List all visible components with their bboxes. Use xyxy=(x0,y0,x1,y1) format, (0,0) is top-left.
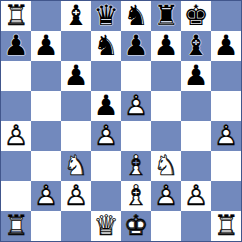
white-bishop-icon: ♝♗ xyxy=(121,181,151,211)
square-b8[interactable] xyxy=(31,1,61,31)
square-b3[interactable] xyxy=(31,151,61,181)
black-knight-icon: ♞ xyxy=(121,1,151,31)
black-king-icon: ♚ xyxy=(181,1,211,31)
square-e7[interactable]: ♟ xyxy=(121,31,151,61)
black-pawn-icon: ♟ xyxy=(211,31,241,61)
white-pawn-icon: ♟♙ xyxy=(1,121,31,151)
square-g7[interactable]: ♝ xyxy=(181,31,211,61)
square-g2[interactable]: ♟♙ xyxy=(181,181,211,211)
square-d8[interactable]: ♛ xyxy=(91,1,121,31)
white-knight-icon: ♞♘ xyxy=(151,151,181,181)
black-pawn-icon: ♟ xyxy=(121,31,151,61)
black-bishop-icon: ♝ xyxy=(61,1,91,31)
square-d4[interactable]: ♟♙ xyxy=(91,121,121,151)
square-f5[interactable] xyxy=(151,91,181,121)
square-a8[interactable]: ♜♖ xyxy=(1,1,31,31)
black-rook-icon: ♜ xyxy=(151,1,181,31)
square-h5[interactable] xyxy=(211,91,241,121)
square-g4[interactable] xyxy=(181,121,211,151)
square-h1[interactable]: ♜♖ xyxy=(211,211,241,241)
square-h8[interactable] xyxy=(211,1,241,31)
square-c7[interactable] xyxy=(61,31,91,61)
white-rook-icon: ♜♖ xyxy=(211,211,241,241)
white-pawn-icon: ♟♙ xyxy=(151,181,181,211)
square-f1[interactable] xyxy=(151,211,181,241)
square-e4[interactable] xyxy=(121,121,151,151)
square-f2[interactable]: ♟♙ xyxy=(151,181,181,211)
black-pawn-icon: ♟ xyxy=(91,91,121,121)
white-rook-icon: ♜♖ xyxy=(1,211,31,241)
black-knight-icon: ♞ xyxy=(91,31,121,61)
black-pawn-icon: ♟ xyxy=(181,61,211,91)
black-pawn-icon: ♟ xyxy=(151,31,181,61)
white-pawn-icon: ♟♙ xyxy=(31,181,61,211)
square-f8[interactable]: ♜ xyxy=(151,1,181,31)
square-c2[interactable]: ♟♙ xyxy=(61,181,91,211)
black-pawn-icon: ♟ xyxy=(61,61,91,91)
square-c6[interactable]: ♟ xyxy=(61,61,91,91)
square-g6[interactable]: ♟ xyxy=(181,61,211,91)
square-h7[interactable]: ♟ xyxy=(211,31,241,61)
square-a1[interactable]: ♜♖ xyxy=(1,211,31,241)
white-pawn-icon: ♟♙ xyxy=(211,121,241,151)
white-king-icon: ♚♔ xyxy=(121,211,151,241)
square-c4[interactable] xyxy=(61,121,91,151)
square-g8[interactable]: ♚ xyxy=(181,1,211,31)
white-queen-icon: ♛♕ xyxy=(91,211,121,241)
square-b7[interactable]: ♟ xyxy=(31,31,61,61)
square-h6[interactable] xyxy=(211,61,241,91)
square-e6[interactable] xyxy=(121,61,151,91)
square-g3[interactable] xyxy=(181,151,211,181)
square-d3[interactable] xyxy=(91,151,121,181)
square-a7[interactable]: ♟ xyxy=(1,31,31,61)
square-c1[interactable] xyxy=(61,211,91,241)
square-e2[interactable]: ♝♗ xyxy=(121,181,151,211)
square-e3[interactable]: ♝♗ xyxy=(121,151,151,181)
black-queen-icon: ♛ xyxy=(91,1,121,31)
square-c5[interactable] xyxy=(61,91,91,121)
square-h4[interactable]: ♟♙ xyxy=(211,121,241,151)
white-pawn-icon: ♟♙ xyxy=(91,121,121,151)
square-b1[interactable] xyxy=(31,211,61,241)
square-f4[interactable] xyxy=(151,121,181,151)
square-d2[interactable] xyxy=(91,181,121,211)
white-pawn-icon: ♟♙ xyxy=(181,181,211,211)
square-h3[interactable] xyxy=(211,151,241,181)
white-rook-icon: ♜♖ xyxy=(1,1,31,31)
square-a5[interactable] xyxy=(1,91,31,121)
square-e1[interactable]: ♚♔ xyxy=(121,211,151,241)
square-e5[interactable]: ♟♙ xyxy=(121,91,151,121)
square-f6[interactable] xyxy=(151,61,181,91)
square-g5[interactable] xyxy=(181,91,211,121)
white-pawn-icon: ♟♙ xyxy=(61,181,91,211)
square-a2[interactable] xyxy=(1,181,31,211)
white-pawn-icon: ♟♙ xyxy=(121,91,151,121)
square-b5[interactable] xyxy=(31,91,61,121)
square-a6[interactable] xyxy=(1,61,31,91)
square-d1[interactable]: ♛♕ xyxy=(91,211,121,241)
square-b4[interactable] xyxy=(31,121,61,151)
square-f3[interactable]: ♞♘ xyxy=(151,151,181,181)
black-pawn-icon: ♟ xyxy=(31,31,61,61)
black-pawn-icon: ♟ xyxy=(1,31,31,61)
square-a4[interactable]: ♟♙ xyxy=(1,121,31,151)
white-bishop-icon: ♝♗ xyxy=(121,151,151,181)
square-c8[interactable]: ♝ xyxy=(61,1,91,31)
square-d5[interactable]: ♟ xyxy=(91,91,121,121)
square-e8[interactable]: ♞ xyxy=(121,1,151,31)
square-f7[interactable]: ♟ xyxy=(151,31,181,61)
square-d7[interactable]: ♞ xyxy=(91,31,121,61)
square-h2[interactable] xyxy=(211,181,241,211)
chess-board: ♜♖♝♛♞♜♚♟♟♞♟♟♝♟♟♟♟♟♙♟♙♟♙♟♙♞♘♝♗♞♘♟♙♟♙♝♗♟♙♟… xyxy=(0,0,242,242)
square-d6[interactable] xyxy=(91,61,121,91)
square-a3[interactable] xyxy=(1,151,31,181)
white-knight-icon: ♞♘ xyxy=(61,151,91,181)
square-b2[interactable]: ♟♙ xyxy=(31,181,61,211)
square-c3[interactable]: ♞♘ xyxy=(61,151,91,181)
square-b6[interactable] xyxy=(31,61,61,91)
black-bishop-icon: ♝ xyxy=(181,31,211,61)
square-g1[interactable] xyxy=(181,211,211,241)
